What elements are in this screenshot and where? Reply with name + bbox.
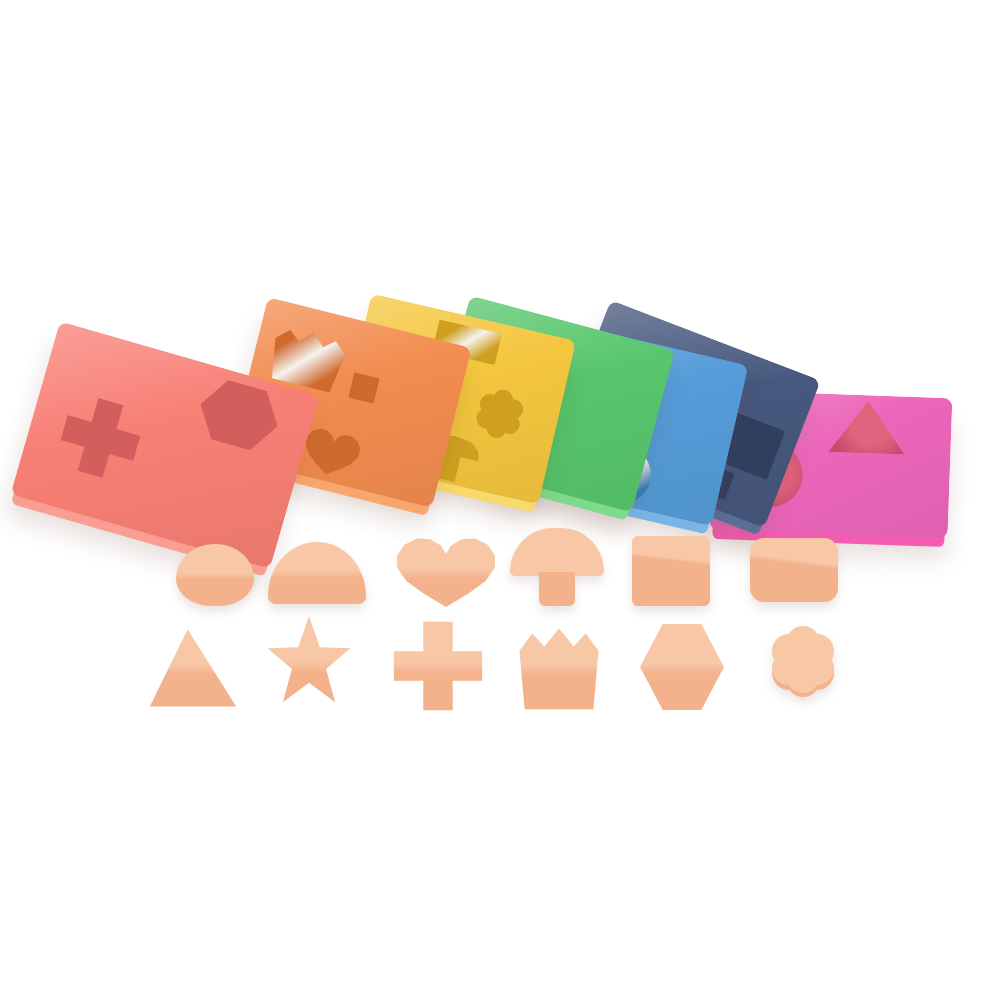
block-triangle	[148, 628, 238, 708]
cutout-square	[348, 372, 380, 404]
block-mushroom	[510, 528, 604, 606]
block-heart	[394, 534, 498, 610]
block-cube	[632, 536, 710, 606]
block-star	[264, 616, 354, 714]
mushroom-cap	[510, 528, 604, 576]
block-flower	[760, 618, 846, 704]
block-cylinder	[176, 544, 254, 606]
cutout-hexagon	[192, 374, 286, 456]
cutout-flower	[488, 401, 512, 425]
cutout-cross	[53, 391, 147, 485]
block-crown	[516, 625, 602, 711]
block-hexagon	[640, 624, 724, 710]
block-half-circle	[268, 542, 366, 604]
flower-petals	[786, 642, 820, 676]
cutout-triangle	[828, 400, 906, 455]
block-rounded-square	[750, 538, 838, 602]
mushroom-stem	[539, 572, 575, 606]
block-cross	[392, 620, 484, 712]
product-photo-scene	[0, 0, 1000, 1000]
